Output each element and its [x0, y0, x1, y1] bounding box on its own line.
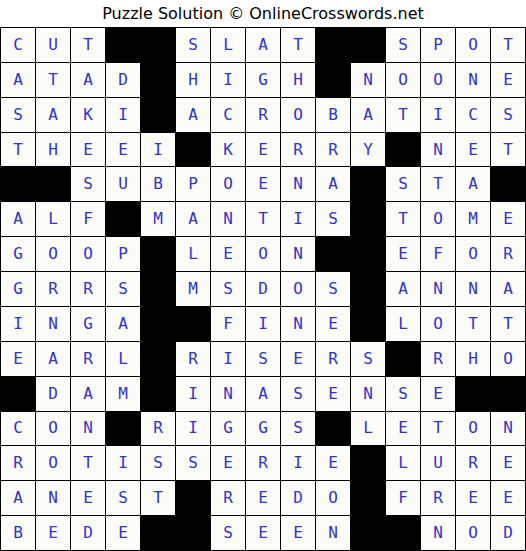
cell-r14c15: E [491, 481, 525, 515]
cell-r5c10: A [316, 167, 350, 201]
cell-r4c7: K [211, 133, 245, 167]
cell-r12c6: I [176, 412, 210, 446]
cell-r1c7: L [211, 28, 245, 62]
cell-r12c8: G [246, 412, 280, 446]
cell-r6c5: M [141, 202, 175, 236]
cell-r3c9: O [281, 98, 315, 132]
cell-r6c12: T [386, 202, 420, 236]
cell-r9c10: E [316, 307, 350, 341]
cell-r12c14: O [456, 412, 490, 446]
cell-r6c6: A [176, 202, 210, 236]
cell-r2c3: A [71, 63, 105, 97]
cell-r1c6: S [176, 28, 210, 62]
cell-r8c14: N [456, 272, 490, 306]
cell-r5c13: T [421, 167, 455, 201]
block-cell-r5c1 [1, 167, 35, 201]
block-cell-r11c1 [1, 377, 35, 411]
cell-r6c15: E [491, 202, 525, 236]
cell-r4c8: E [246, 133, 280, 167]
cell-r11c12: S [386, 377, 420, 411]
cell-r8c3: R [71, 272, 105, 306]
cell-r7c9: N [281, 237, 315, 271]
block-cell-r11c14 [456, 377, 490, 411]
cell-r2c7: I [211, 63, 245, 97]
cell-r9c4: A [106, 307, 140, 341]
cell-r9c1: I [1, 307, 35, 341]
cell-r15c1: B [1, 516, 35, 550]
block-cell-r11c5 [141, 377, 175, 411]
block-cell-r1c5 [141, 28, 175, 62]
cell-r7c14: O [456, 237, 490, 271]
cell-r3c12: T [386, 98, 420, 132]
cell-r11c9: S [281, 377, 315, 411]
cell-r13c8: R [246, 446, 280, 480]
cell-r6c7: N [211, 202, 245, 236]
block-cell-r9c5 [141, 307, 175, 341]
cell-r9c2: N [36, 307, 70, 341]
block-cell-r2c5 [141, 63, 175, 97]
block-cell-r10c12 [386, 342, 420, 376]
cell-r2c2: T [36, 63, 70, 97]
cell-r12c3: N [71, 412, 105, 446]
cell-r9c3: G [71, 307, 105, 341]
cell-r10c11: S [351, 342, 385, 376]
cell-r15c9: E [281, 516, 315, 550]
block-cell-r15c11 [351, 516, 385, 550]
cell-r10c7: I [211, 342, 245, 376]
cell-r14c9: D [281, 481, 315, 515]
cell-r3c1: S [1, 98, 35, 132]
cell-r13c5: S [141, 446, 175, 480]
cell-r14c7: R [211, 481, 245, 515]
cell-r14c1: A [1, 481, 35, 515]
cell-r3c2: A [36, 98, 70, 132]
cell-r15c4: E [106, 516, 140, 550]
cell-r10c14: H [456, 342, 490, 376]
cell-r13c6: S [176, 446, 210, 480]
block-cell-r4c12 [386, 133, 420, 167]
cell-r14c3: E [71, 481, 105, 515]
block-cell-r8c5 [141, 272, 175, 306]
cell-r10c3: R [71, 342, 105, 376]
cell-r8c13: N [421, 272, 455, 306]
cell-r11c11: N [351, 377, 385, 411]
cell-r7c2: O [36, 237, 70, 271]
cell-r6c2: L [36, 202, 70, 236]
cell-r14c12: F [386, 481, 420, 515]
cell-r12c2: O [36, 412, 70, 446]
cell-r7c6: L [176, 237, 210, 271]
cell-r5c6: P [176, 167, 210, 201]
cell-r1c13: P [421, 28, 455, 62]
cell-r12c15: N [491, 412, 525, 446]
block-cell-r5c2 [36, 167, 70, 201]
cell-r13c14: R [456, 446, 490, 480]
cell-r10c1: E [1, 342, 35, 376]
cell-r3c4: I [106, 98, 140, 132]
cell-r9c9: N [281, 307, 315, 341]
cell-r4c3: E [71, 133, 105, 167]
cell-r6c1: A [1, 202, 35, 236]
block-cell-r15c6 [176, 516, 210, 550]
page-title-text: Puzzle Solution © OnlineCrosswords.net [102, 4, 424, 23]
block-cell-r1c4 [106, 28, 140, 62]
cell-r12c11: L [351, 412, 385, 446]
cell-r13c9: I [281, 446, 315, 480]
block-cell-r3c5 [141, 98, 175, 132]
cell-r10c8: S [246, 342, 280, 376]
cell-r15c8: E [246, 516, 280, 550]
cell-r5c5: B [141, 167, 175, 201]
cell-r2c9: H [281, 63, 315, 97]
cell-r6c10: S [316, 202, 350, 236]
cell-r15c15: D [491, 516, 525, 550]
block-cell-r2c10 [316, 63, 350, 97]
cell-r1c12: S [386, 28, 420, 62]
cell-r4c13: N [421, 133, 455, 167]
cell-r14c14: E [456, 481, 490, 515]
block-cell-r15c12 [386, 516, 420, 550]
block-cell-r5c15 [491, 167, 525, 201]
block-cell-r6c4 [106, 202, 140, 236]
cell-r7c7: E [211, 237, 245, 271]
cell-r14c10: O [316, 481, 350, 515]
cell-r6c13: O [421, 202, 455, 236]
cell-r5c3: S [71, 167, 105, 201]
cell-r14c13: R [421, 481, 455, 515]
block-cell-r9c6 [176, 307, 210, 341]
cell-r7c13: F [421, 237, 455, 271]
cell-r13c12: L [386, 446, 420, 480]
cell-r8c1: G [1, 272, 35, 306]
block-cell-r8c11 [351, 272, 385, 306]
cell-r2c12: O [386, 63, 420, 97]
block-cell-r14c11 [351, 481, 385, 515]
cell-r5c9: N [281, 167, 315, 201]
cell-r9c8: I [246, 307, 280, 341]
cell-r11c7: N [211, 377, 245, 411]
block-cell-r14c6 [176, 481, 210, 515]
block-cell-r7c5 [141, 237, 175, 271]
cell-r9c14: T [456, 307, 490, 341]
block-cell-r1c10 [316, 28, 350, 62]
cell-r3c14: C [456, 98, 490, 132]
block-cell-r11c15 [491, 377, 525, 411]
cell-r7c15: R [491, 237, 525, 271]
cell-r2c4: D [106, 63, 140, 97]
cell-r3c3: K [71, 98, 105, 132]
cell-r2c15: E [491, 63, 525, 97]
block-cell-r5c11 [351, 167, 385, 201]
cell-r14c8: E [246, 481, 280, 515]
cell-r6c9: I [281, 202, 315, 236]
cell-r7c1: G [1, 237, 35, 271]
cell-r14c5: T [141, 481, 175, 515]
cell-r10c13: R [421, 342, 455, 376]
block-cell-r7c11 [351, 237, 385, 271]
cell-r4c10: R [316, 133, 350, 167]
cell-r6c3: F [71, 202, 105, 236]
cell-r12c1: C [1, 412, 35, 446]
cell-r2c1: A [1, 63, 35, 97]
cell-r4c4: E [106, 133, 140, 167]
cell-r15c7: S [211, 516, 245, 550]
cell-r8c9: O [281, 272, 315, 306]
block-cell-r6c11 [351, 202, 385, 236]
cell-r1c15: T [491, 28, 525, 62]
cell-r1c8: A [246, 28, 280, 62]
cell-r1c2: U [36, 28, 70, 62]
cell-r8c7: S [211, 272, 245, 306]
cell-r5c12: S [386, 167, 420, 201]
cell-r5c4: U [106, 167, 140, 201]
cell-r5c8: E [246, 167, 280, 201]
block-cell-r12c10 [316, 412, 350, 446]
cell-r15c3: D [71, 516, 105, 550]
cell-r3c11: A [351, 98, 385, 132]
cell-r1c1: C [1, 28, 35, 62]
cell-r13c1: R [1, 446, 35, 480]
cell-r2c11: N [351, 63, 385, 97]
cell-r14c4: S [106, 481, 140, 515]
cell-r3c8: R [246, 98, 280, 132]
cell-r8c15: A [491, 272, 525, 306]
cell-r15c14: O [456, 516, 490, 550]
cell-r4c2: H [36, 133, 70, 167]
cell-r12c7: G [211, 412, 245, 446]
cell-r11c4: M [106, 377, 140, 411]
block-cell-r1c11 [351, 28, 385, 62]
cell-r11c2: D [36, 377, 70, 411]
cell-r7c8: O [246, 237, 280, 271]
cell-r6c14: M [456, 202, 490, 236]
cell-r13c15: E [491, 446, 525, 480]
cell-r3c13: I [421, 98, 455, 132]
cell-r3c7: C [211, 98, 245, 132]
crossword-grid: CUTSLATSPOTATADHIGHNOONESAKIACROBATICSTH… [0, 27, 526, 551]
block-cell-r12c4 [106, 412, 140, 446]
cell-r12c9: S [281, 412, 315, 446]
cell-r2c14: N [456, 63, 490, 97]
cell-r13c4: I [106, 446, 140, 480]
page-title: Puzzle Solution © OnlineCrosswords.net [0, 0, 526, 27]
cell-r1c3: T [71, 28, 105, 62]
cell-r11c8: A [246, 377, 280, 411]
cell-r10c10: R [316, 342, 350, 376]
cell-r2c8: G [246, 63, 280, 97]
cell-r3c10: B [316, 98, 350, 132]
cell-r2c6: H [176, 63, 210, 97]
cell-r3c15: S [491, 98, 525, 132]
cell-r10c2: A [36, 342, 70, 376]
block-cell-r9c11 [351, 307, 385, 341]
cell-r13c10: E [316, 446, 350, 480]
cell-r7c12: E [386, 237, 420, 271]
cell-r8c6: M [176, 272, 210, 306]
cell-r5c7: O [211, 167, 245, 201]
cell-r9c15: T [491, 307, 525, 341]
cell-r12c12: E [386, 412, 420, 446]
cell-r13c7: E [211, 446, 245, 480]
block-cell-r7c10 [316, 237, 350, 271]
cell-r13c2: O [36, 446, 70, 480]
cell-r13c3: T [71, 446, 105, 480]
cell-r11c6: I [176, 377, 210, 411]
cell-r4c15: T [491, 133, 525, 167]
cell-r11c3: A [71, 377, 105, 411]
cell-r10c4: L [106, 342, 140, 376]
cell-r15c10: N [316, 516, 350, 550]
block-cell-r15c5 [141, 516, 175, 550]
cell-r12c13: T [421, 412, 455, 446]
cell-r4c14: E [456, 133, 490, 167]
cell-r8c4: S [106, 272, 140, 306]
cell-r8c8: D [246, 272, 280, 306]
block-cell-r10c5 [141, 342, 175, 376]
cell-r11c13: E [421, 377, 455, 411]
cell-r12c5: R [141, 412, 175, 446]
cell-r4c1: T [1, 133, 35, 167]
cell-r8c12: A [386, 272, 420, 306]
cell-r7c3: O [71, 237, 105, 271]
cell-r3c6: A [176, 98, 210, 132]
cell-r11c10: E [316, 377, 350, 411]
cell-r4c5: I [141, 133, 175, 167]
cell-r9c7: F [211, 307, 245, 341]
cell-r5c14: A [456, 167, 490, 201]
cell-r4c9: R [281, 133, 315, 167]
cell-r1c9: T [281, 28, 315, 62]
cell-r9c13: O [421, 307, 455, 341]
cell-r15c13: N [421, 516, 455, 550]
cell-r14c2: N [36, 481, 70, 515]
cell-r4c11: Y [351, 133, 385, 167]
cell-r13c13: U [421, 446, 455, 480]
cell-r8c10: S [316, 272, 350, 306]
cell-r2c13: O [421, 63, 455, 97]
block-cell-r13c11 [351, 446, 385, 480]
block-cell-r4c6 [176, 133, 210, 167]
cell-r8c2: R [36, 272, 70, 306]
cell-r7c4: P [106, 237, 140, 271]
cell-r6c8: T [246, 202, 280, 236]
cell-r1c14: O [456, 28, 490, 62]
cell-r10c6: R [176, 342, 210, 376]
cell-r9c12: L [386, 307, 420, 341]
cell-r15c2: E [36, 516, 70, 550]
cell-r10c9: E [281, 342, 315, 376]
cell-r10c15: O [491, 342, 525, 376]
